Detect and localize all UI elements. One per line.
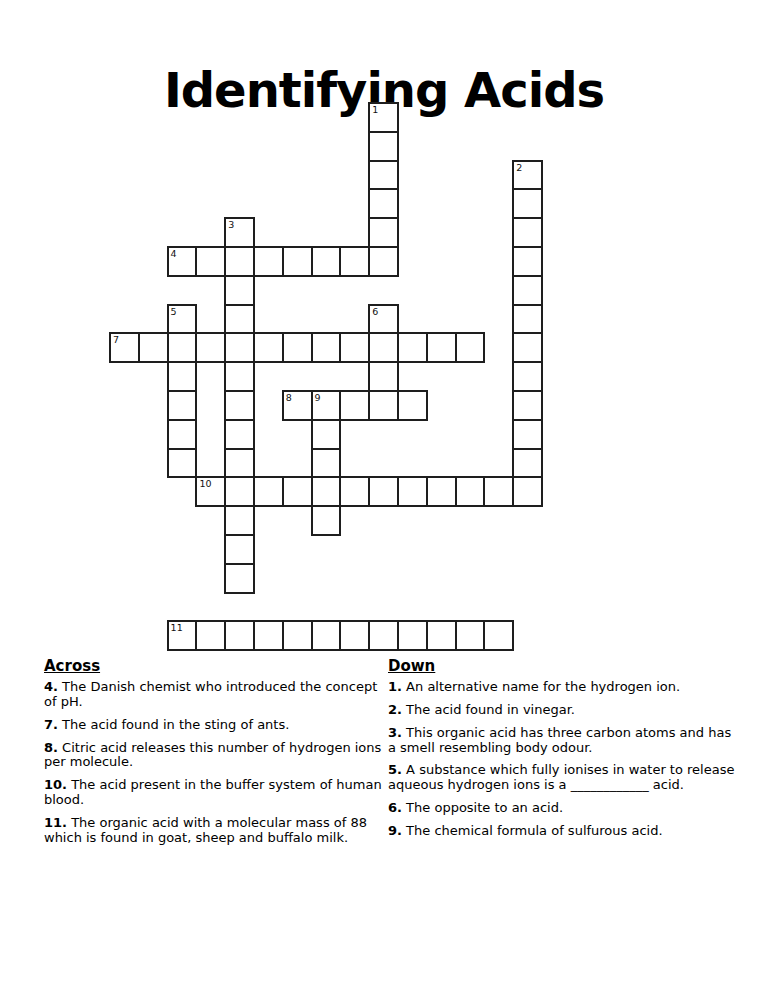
clue-number-label: 4 — [171, 248, 177, 259]
grid-cell[interactable] — [368, 332, 399, 363]
clue-number: 11. — [44, 815, 67, 830]
grid-cell[interactable] — [253, 332, 284, 363]
grid-cell[interactable]: 6 — [368, 304, 399, 335]
grid-cell[interactable] — [224, 275, 255, 306]
grid-cell[interactable] — [483, 476, 514, 507]
grid-cell[interactable]: 8 — [282, 390, 313, 421]
grid-cell[interactable] — [311, 620, 342, 651]
grid-cell[interactable] — [339, 476, 370, 507]
clue-item: 11. The organic acid with a molecular ma… — [44, 816, 390, 846]
clue-item: 10. The acid present in the buffer syste… — [44, 778, 390, 808]
grid-cell[interactable] — [224, 390, 255, 421]
grid-cell[interactable] — [426, 620, 457, 651]
grid-cell[interactable] — [512, 246, 543, 277]
grid-cell[interactable] — [224, 448, 255, 479]
down-clues-section: Down 1. An alternative name for the hydr… — [388, 658, 742, 847]
clue-item: 8. Citric acid releases this number of h… — [44, 741, 390, 771]
grid-cell[interactable] — [311, 476, 342, 507]
grid-cell[interactable] — [368, 620, 399, 651]
grid-cell[interactable]: 2 — [512, 160, 543, 191]
grid-cell[interactable] — [512, 361, 543, 392]
clue-number-label: 8 — [286, 392, 292, 403]
grid-cell[interactable]: 5 — [167, 304, 198, 335]
grid-cell[interactable] — [455, 476, 486, 507]
grid-cell[interactable] — [224, 476, 255, 507]
grid-cell[interactable] — [483, 620, 514, 651]
clue-number-label: 3 — [228, 219, 234, 230]
grid-cell[interactable] — [224, 620, 255, 651]
grid-cell[interactable] — [368, 476, 399, 507]
grid-cell[interactable] — [368, 188, 399, 219]
grid-cell[interactable] — [512, 275, 543, 306]
grid-cell[interactable] — [368, 160, 399, 191]
grid-cell[interactable] — [167, 361, 198, 392]
grid-cell[interactable] — [253, 476, 284, 507]
grid-cell[interactable] — [512, 419, 543, 450]
grid-cell[interactable] — [224, 419, 255, 450]
clue-number-label: 9 — [315, 392, 321, 403]
grid-cell[interactable] — [397, 390, 428, 421]
grid-cell[interactable] — [426, 332, 457, 363]
clue-number: 4. — [44, 679, 58, 694]
clue-number: 3. — [388, 725, 402, 740]
grid-cell[interactable] — [282, 476, 313, 507]
grid-cell[interactable] — [282, 620, 313, 651]
clue-number-label: 6 — [372, 306, 378, 317]
grid-cell[interactable] — [224, 563, 255, 594]
grid-cell[interactable] — [224, 534, 255, 565]
down-header: Down — [388, 658, 742, 675]
grid-cell[interactable] — [512, 217, 543, 248]
grid-cell[interactable] — [512, 390, 543, 421]
grid-cell[interactable] — [512, 332, 543, 363]
grid-cell[interactable] — [138, 332, 169, 363]
clue-item: 7. The acid found in the sting of ants. — [44, 718, 390, 733]
clue-number-label: 11 — [171, 622, 183, 633]
grid-cell[interactable]: 10 — [195, 476, 226, 507]
grid-cell[interactable]: 3 — [224, 217, 255, 248]
grid-cell[interactable]: 4 — [167, 246, 198, 277]
grid-cell[interactable] — [397, 332, 428, 363]
grid-cell[interactable] — [512, 188, 543, 219]
clue-item: 9. The chemical formula of sulfurous aci… — [388, 824, 742, 839]
grid-cell[interactable] — [426, 476, 457, 507]
crossword-grid: 1234567891011 — [110, 103, 544, 652]
grid-cell[interactable] — [311, 419, 342, 450]
clue-item: 4. The Danish chemist who introduced the… — [44, 680, 390, 710]
grid-cell[interactable] — [282, 246, 313, 277]
grid-cell[interactable] — [311, 505, 342, 536]
clue-number: 6. — [388, 800, 402, 815]
grid-cell[interactable] — [253, 620, 284, 651]
clue-number-label: 2 — [516, 162, 522, 173]
grid-cell[interactable] — [512, 476, 543, 507]
grid-cell[interactable] — [368, 131, 399, 162]
clue-number: 7. — [44, 717, 58, 732]
grid-cell[interactable] — [224, 246, 255, 277]
grid-cell[interactable] — [368, 217, 399, 248]
grid-cell[interactable] — [397, 620, 428, 651]
grid-cell[interactable] — [282, 332, 313, 363]
grid-cell[interactable] — [455, 332, 486, 363]
clue-number: 5. — [388, 762, 402, 777]
grid-cell[interactable] — [339, 246, 370, 277]
clue-item: 6. The opposite to an acid. — [388, 801, 742, 816]
grid-cell[interactable] — [512, 448, 543, 479]
grid-cell[interactable] — [311, 246, 342, 277]
grid-cell[interactable]: 9 — [311, 390, 342, 421]
grid-cell[interactable] — [311, 448, 342, 479]
grid-cell[interactable] — [339, 390, 370, 421]
clue-number: 9. — [388, 823, 402, 838]
clue-number: 8. — [44, 740, 58, 755]
grid-cell[interactable] — [195, 332, 226, 363]
grid-cell[interactable] — [339, 332, 370, 363]
grid-cell[interactable] — [195, 620, 226, 651]
grid-cell[interactable] — [195, 246, 226, 277]
down-clue-list: 1. An alternative name for the hydrogen … — [388, 680, 742, 839]
grid-cell[interactable] — [167, 390, 198, 421]
across-header: Across — [44, 658, 390, 675]
grid-cell[interactable] — [224, 332, 255, 363]
grid-cell[interactable] — [368, 390, 399, 421]
grid-cell[interactable]: 1 — [368, 102, 399, 133]
across-clues-section: Across 4. The Danish chemist who introdu… — [44, 658, 390, 853]
grid-cell[interactable] — [339, 620, 370, 651]
grid-cell[interactable] — [512, 304, 543, 335]
clue-number: 10. — [44, 777, 67, 792]
grid-cell[interactable]: 7 — [109, 332, 140, 363]
grid-cell[interactable]: 11 — [167, 620, 198, 651]
clue-item: 5. A substance which fully ionises in wa… — [388, 763, 742, 793]
clue-number: 1. — [388, 679, 402, 694]
grid-cell[interactable] — [455, 620, 486, 651]
grid-cell[interactable] — [167, 448, 198, 479]
grid-cell[interactable] — [368, 246, 399, 277]
grid-cell[interactable] — [397, 476, 428, 507]
grid-cell[interactable] — [253, 246, 284, 277]
across-clue-list: 4. The Danish chemist who introduced the… — [44, 680, 390, 845]
clue-item: 3. This organic acid has three carbon at… — [388, 726, 742, 756]
clue-number-label: 5 — [171, 306, 177, 317]
clue-number: 2. — [388, 702, 402, 717]
clue-number-label: 10 — [199, 478, 211, 489]
grid-cell[interactable] — [167, 332, 198, 363]
clue-number-label: 7 — [113, 334, 119, 345]
clue-number-label: 1 — [372, 104, 378, 115]
grid-cell[interactable] — [224, 304, 255, 335]
clue-item: 2. The acid found in vinegar. — [388, 703, 742, 718]
clue-item: 1. An alternative name for the hydrogen … — [388, 680, 742, 695]
grid-cell[interactable] — [224, 361, 255, 392]
grid-cell[interactable] — [167, 419, 198, 450]
grid-cell[interactable] — [224, 505, 255, 536]
crossword-worksheet: { "game": "crossword", "title": "Identif… — [0, 0, 768, 994]
grid-cell[interactable] — [368, 361, 399, 392]
grid-cell[interactable] — [311, 332, 342, 363]
